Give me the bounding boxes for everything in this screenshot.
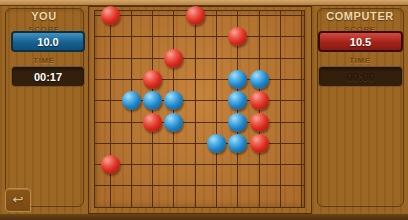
time-value-you: 00:17 — [34, 71, 62, 83]
time-box-computer: 00:00 — [318, 66, 403, 87]
grid-line-horizontal — [95, 185, 304, 186]
score-value-you: 10.0 — [37, 36, 58, 48]
red-piece — [143, 113, 162, 132]
blue-piece — [228, 70, 247, 89]
red-piece — [101, 6, 120, 25]
board-surface[interactable] — [94, 10, 305, 208]
blue-piece — [122, 91, 141, 110]
blue-piece — [228, 91, 247, 110]
grid-line-vertical — [110, 11, 111, 207]
blue-piece — [164, 91, 183, 110]
grid-line-horizontal — [95, 36, 304, 37]
player-title-computer: COMPUTER — [312, 10, 408, 22]
player-title-you: YOU — [0, 10, 88, 22]
red-piece — [101, 155, 120, 174]
grid-line-horizontal — [95, 164, 304, 165]
red-piece — [143, 70, 162, 89]
undo-button[interactable]: ↩ — [5, 188, 31, 212]
red-piece — [250, 113, 269, 132]
red-piece — [228, 27, 247, 46]
time-label-computer: TIME — [312, 56, 408, 65]
score-box-you: 10.0 — [11, 31, 85, 52]
undo-icon: ↩ — [13, 192, 24, 207]
grid-line-vertical — [301, 11, 302, 207]
time-label-you: TIME — [0, 56, 88, 65]
bottom-bar — [0, 214, 408, 220]
grid-line-vertical — [280, 11, 281, 207]
score-value-computer: 10.5 — [350, 36, 371, 48]
grid-line-vertical — [216, 11, 217, 207]
time-box-you: 00:17 — [11, 66, 85, 87]
blue-piece — [250, 70, 269, 89]
blue-piece — [143, 91, 162, 110]
grid-line-horizontal — [95, 58, 304, 59]
red-piece — [250, 91, 269, 110]
game-screen: YOU SCORE 10.0 TIME 00:17 ↩ COMPUTER SCO… — [0, 0, 408, 220]
player-panel-you: YOU SCORE 10.0 TIME 00:17 ↩ — [0, 6, 88, 214]
blue-piece — [228, 134, 247, 153]
red-piece — [164, 49, 183, 68]
grid-line-vertical — [195, 11, 196, 207]
grid-line-horizontal — [95, 143, 304, 144]
grid-line-horizontal — [95, 79, 304, 80]
blue-piece — [207, 134, 226, 153]
grid-line-horizontal — [95, 122, 304, 123]
game-board — [88, 6, 312, 214]
red-piece — [186, 6, 205, 25]
time-value-computer: 00:00 — [346, 71, 374, 83]
score-box-computer: 10.5 — [318, 31, 403, 52]
red-piece — [250, 134, 269, 153]
player-panel-computer: COMPUTER SCORE 10.5 TIME 00:00 — [312, 6, 408, 214]
blue-piece — [164, 113, 183, 132]
grid-line-horizontal — [95, 207, 304, 208]
blue-piece — [228, 113, 247, 132]
